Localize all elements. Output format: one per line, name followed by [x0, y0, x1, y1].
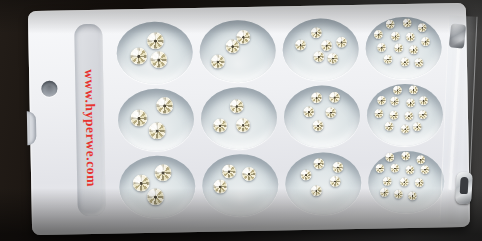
rhinestone [374, 30, 383, 39]
rhinestone [374, 108, 383, 117]
rhinestone [380, 188, 389, 197]
rhinestone [156, 97, 173, 114]
rhinestone [130, 109, 147, 126]
rhinestone [406, 98, 415, 107]
thumb-notch [27, 111, 37, 145]
rhinestone [416, 155, 425, 164]
label-recess: www.hyperwe.com [74, 24, 106, 217]
rhinestone [415, 178, 424, 187]
rhinestone [389, 111, 398, 120]
rhinestone [394, 44, 403, 53]
well-r3c2 [201, 153, 278, 216]
rhinestone [213, 180, 227, 194]
rhinestone [418, 110, 427, 119]
rhinestone [130, 48, 147, 65]
well-r2c4 [366, 83, 443, 146]
rhinestone [311, 186, 322, 197]
rhinestone [242, 167, 256, 181]
rhinestone [384, 55, 393, 64]
well-r3c4 [367, 150, 444, 213]
rhinestone [230, 99, 244, 113]
rhinestone [295, 39, 306, 50]
rhinestone [311, 92, 322, 103]
rhinestone [147, 188, 164, 205]
rhinestone [407, 191, 416, 200]
rhinestone [385, 153, 394, 162]
rhinestone [222, 165, 236, 179]
rhinestone [321, 40, 332, 51]
rhinestone [394, 190, 403, 199]
watermark-text: www.hyperwe.com [81, 69, 99, 187]
rhinestone [414, 58, 423, 67]
rhinestone [386, 20, 395, 29]
rhinestone [377, 43, 386, 52]
rhinestone [418, 23, 427, 32]
well-r1c3 [282, 18, 359, 81]
rhinestone [149, 122, 166, 139]
rhinestone [391, 31, 400, 40]
rhinestone-tray: www.hyperwe.com [28, 3, 470, 235]
rhinestone [150, 51, 167, 68]
well-r2c2 [200, 86, 277, 149]
rhinestone [329, 175, 340, 186]
well-r1c4 [365, 16, 442, 79]
rhinestone [313, 120, 324, 131]
hang-hole [41, 81, 57, 97]
rhinestone [327, 52, 338, 63]
lid-hinge-top [449, 23, 466, 48]
rhinestone [304, 106, 315, 117]
rhinestone [406, 32, 415, 41]
rhinestone [403, 19, 412, 28]
rhinestone [408, 85, 417, 94]
rhinestone [213, 119, 227, 133]
rhinestone [401, 151, 410, 160]
well-r3c1 [118, 155, 195, 218]
rhinestone [336, 36, 347, 47]
rhinestone [300, 170, 311, 181]
rhinestone [329, 92, 340, 103]
rhinestone [225, 39, 239, 53]
rhinestone [383, 177, 392, 186]
rhinestone [400, 57, 409, 66]
wells-grid [112, 14, 448, 221]
lid-hinge-bottom [455, 172, 473, 205]
well-r2c1 [117, 88, 194, 151]
rhinestone [154, 164, 171, 181]
rhinestone [393, 86, 402, 95]
rhinestone [404, 112, 413, 121]
rhinestone [133, 175, 150, 192]
well-r3c3 [284, 152, 361, 215]
rhinestone [400, 124, 409, 133]
rhinestone [377, 96, 386, 105]
rhinestone [390, 97, 399, 106]
well-r1c2 [199, 19, 276, 82]
rhinestone [409, 46, 418, 55]
rhinestone [421, 37, 430, 46]
rhinestone [400, 177, 409, 186]
rhinestone [390, 164, 399, 173]
rhinestone [314, 158, 325, 169]
rhinestone [325, 107, 336, 118]
rhinestone [405, 165, 414, 174]
rhinestone [311, 27, 322, 38]
well-r2c3 [283, 85, 360, 148]
rhinestone [313, 51, 324, 62]
rhinestone [385, 122, 394, 131]
rhinestone [332, 162, 343, 173]
rhinestone [210, 54, 224, 68]
rhinestone [375, 164, 384, 173]
well-r1c1 [116, 21, 193, 84]
rhinestone [412, 123, 421, 132]
rhinestone [147, 32, 164, 49]
rhinestone [419, 96, 428, 105]
rhinestone [421, 165, 430, 174]
rhinestone [236, 118, 250, 132]
product-photo: www.hyperwe.com [0, 0, 482, 241]
